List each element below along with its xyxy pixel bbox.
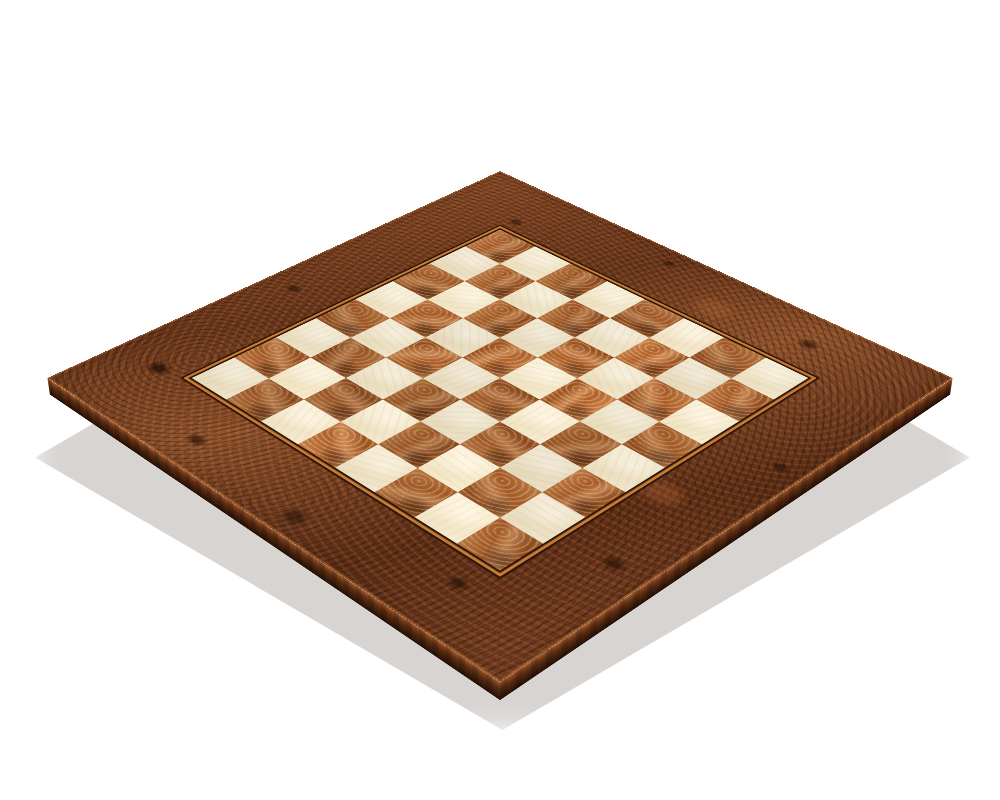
board-square xyxy=(335,444,417,492)
board-square xyxy=(458,468,542,518)
board-square xyxy=(461,378,539,421)
board-square xyxy=(459,421,540,467)
scene xyxy=(0,0,1000,800)
board-square xyxy=(420,399,500,444)
board-square xyxy=(261,399,341,444)
photo-background xyxy=(0,0,1000,800)
board-square xyxy=(418,444,500,492)
board-square xyxy=(457,517,544,570)
board-square xyxy=(297,421,378,467)
board-square xyxy=(542,468,626,518)
board-square xyxy=(415,492,500,543)
board-square xyxy=(582,444,664,492)
board-square xyxy=(500,399,580,444)
chess-board xyxy=(47,171,952,682)
board-square xyxy=(580,399,660,444)
board-square xyxy=(541,421,622,467)
board-square xyxy=(226,378,304,421)
board-playing-area xyxy=(192,230,809,571)
board-square xyxy=(341,399,421,444)
board-square xyxy=(500,492,585,543)
board-square xyxy=(539,378,617,421)
board-square xyxy=(696,378,774,421)
board-square xyxy=(622,421,703,467)
board-square xyxy=(618,378,696,421)
board-square xyxy=(500,444,582,492)
board-square xyxy=(378,421,459,467)
board-square xyxy=(382,378,460,421)
board-square xyxy=(374,468,458,518)
board-square xyxy=(304,378,382,421)
board-square xyxy=(659,399,739,444)
